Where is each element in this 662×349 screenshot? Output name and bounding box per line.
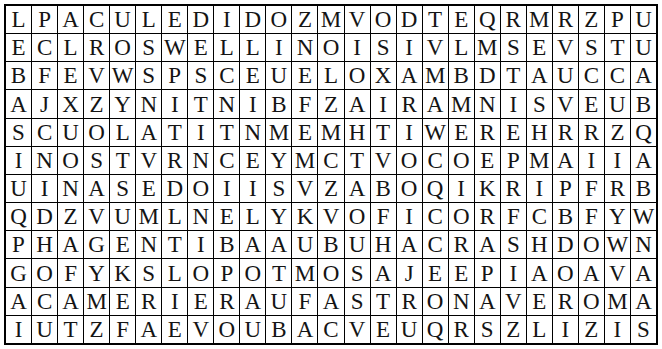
grid-cell[interactable]: Y xyxy=(110,90,135,117)
grid-cell[interactable]: U xyxy=(110,203,135,230)
grid-cell[interactable]: E xyxy=(527,34,552,61)
grid-cell[interactable]: S xyxy=(345,288,370,315)
grid-cell[interactable]: A xyxy=(475,288,500,315)
grid-cell[interactable]: O xyxy=(397,147,422,174)
grid-cell[interactable]: L xyxy=(240,34,265,61)
grid-cell[interactable]: R xyxy=(579,119,604,146)
grid-cell[interactable]: D xyxy=(188,6,213,33)
grid-cell[interactable]: U xyxy=(32,316,57,343)
grid-cell[interactable]: S xyxy=(579,34,604,61)
grid-cell[interactable]: X xyxy=(58,90,83,117)
grid-cell[interactable]: W xyxy=(631,203,656,230)
grid-cell[interactable]: R xyxy=(84,34,109,61)
grid-cell[interactable]: Z xyxy=(318,175,343,202)
grid-cell[interactable]: C xyxy=(423,203,448,230)
grid-cell[interactable]: E xyxy=(449,259,474,286)
grid-cell[interactable]: S xyxy=(345,259,370,286)
grid-cell[interactable]: O xyxy=(188,259,213,286)
grid-cell[interactable]: S xyxy=(136,259,161,286)
grid-cell[interactable]: V xyxy=(423,34,448,61)
grid-cell[interactable]: U xyxy=(631,6,656,33)
grid-cell[interactable]: O xyxy=(371,6,396,33)
grid-cell[interactable]: A xyxy=(553,147,578,174)
grid-cell[interactable]: A xyxy=(631,259,656,286)
grid-cell[interactable]: T xyxy=(188,90,213,117)
grid-cell[interactable]: O xyxy=(188,175,213,202)
grid-cell[interactable]: P xyxy=(605,6,630,33)
grid-cell[interactable]: P xyxy=(501,147,526,174)
grid-cell[interactable]: O xyxy=(345,203,370,230)
grid-cell[interactable]: S xyxy=(266,175,291,202)
grid-cell[interactable]: Z xyxy=(318,90,343,117)
grid-cell[interactable]: E xyxy=(110,288,135,315)
grid-cell[interactable]: J xyxy=(397,259,422,286)
grid-cell[interactable]: O xyxy=(266,6,291,33)
grid-cell[interactable]: M xyxy=(266,119,291,146)
grid-cell[interactable]: A xyxy=(397,231,422,258)
grid-cell[interactable]: M xyxy=(292,259,317,286)
grid-cell[interactable]: V xyxy=(345,316,370,343)
grid-cell[interactable]: L xyxy=(318,62,343,89)
grid-cell[interactable]: I xyxy=(188,119,213,146)
grid-cell[interactable]: P xyxy=(6,231,31,258)
grid-cell[interactable]: A xyxy=(579,259,604,286)
grid-cell[interactable]: E xyxy=(579,90,604,117)
grid-cell[interactable]: C xyxy=(214,147,239,174)
grid-cell[interactable]: O xyxy=(214,316,239,343)
grid-cell[interactable]: F xyxy=(579,203,604,230)
grid-cell[interactable]: I xyxy=(605,147,630,174)
grid-cell[interactable]: V xyxy=(136,147,161,174)
grid-cell[interactable]: O xyxy=(58,147,83,174)
grid-cell[interactable]: S xyxy=(527,90,552,117)
grid-cell[interactable]: V xyxy=(501,288,526,315)
grid-cell[interactable]: R xyxy=(605,175,630,202)
grid-cell[interactable]: U xyxy=(292,231,317,258)
grid-cell[interactable]: O xyxy=(423,288,448,315)
grid-cell[interactable]: A xyxy=(631,147,656,174)
grid-cell[interactable]: O xyxy=(318,34,343,61)
grid-cell[interactable]: L xyxy=(58,34,83,61)
grid-cell[interactable]: M xyxy=(605,288,630,315)
grid-cell[interactable]: D xyxy=(32,203,57,230)
grid-cell[interactable]: I xyxy=(240,175,265,202)
grid-cell[interactable]: A xyxy=(136,119,161,146)
grid-cell[interactable]: V xyxy=(84,62,109,89)
grid-cell[interactable]: A xyxy=(345,90,370,117)
grid-cell[interactable]: E xyxy=(136,175,161,202)
grid-cell[interactable]: U xyxy=(58,119,83,146)
grid-cell[interactable]: A xyxy=(240,288,265,315)
grid-cell[interactable]: H xyxy=(345,119,370,146)
grid-cell[interactable]: C xyxy=(214,62,239,89)
grid-cell[interactable]: I xyxy=(605,316,630,343)
grid-cell[interactable]: T xyxy=(423,6,448,33)
grid-cell[interactable]: T xyxy=(214,119,239,146)
grid-cell[interactable]: D xyxy=(553,231,578,258)
grid-cell[interactable]: V xyxy=(553,90,578,117)
grid-cell[interactable]: I xyxy=(527,175,552,202)
grid-cell[interactable]: B xyxy=(266,316,291,343)
grid-cell[interactable]: E xyxy=(240,147,265,174)
grid-cell[interactable]: U xyxy=(345,231,370,258)
grid-cell[interactable]: R xyxy=(553,6,578,33)
grid-cell[interactable]: T xyxy=(371,119,396,146)
grid-cell[interactable]: P xyxy=(32,6,57,33)
grid-cell[interactable]: U xyxy=(6,175,31,202)
grid-cell[interactable]: Q xyxy=(475,6,500,33)
grid-cell[interactable]: N xyxy=(214,90,239,117)
grid-cell[interactable]: Z xyxy=(84,90,109,117)
grid-cell[interactable]: E xyxy=(475,147,500,174)
grid-cell[interactable]: Q xyxy=(423,175,448,202)
grid-cell[interactable]: Q xyxy=(631,119,656,146)
grid-cell[interactable]: T xyxy=(110,147,135,174)
grid-cell[interactable]: K xyxy=(292,203,317,230)
grid-cell[interactable]: M xyxy=(318,6,343,33)
grid-cell[interactable]: F xyxy=(110,316,135,343)
grid-cell[interactable]: B xyxy=(214,231,239,258)
grid-cell[interactable]: A xyxy=(423,90,448,117)
grid-cell[interactable]: W xyxy=(423,119,448,146)
grid-cell[interactable]: P xyxy=(162,62,187,89)
grid-cell[interactable]: E xyxy=(449,119,474,146)
grid-cell[interactable]: A xyxy=(84,175,109,202)
grid-cell[interactable]: K xyxy=(110,259,135,286)
grid-cell[interactable]: R xyxy=(449,231,474,258)
grid-cell[interactable]: U xyxy=(110,6,135,33)
grid-cell[interactable]: S xyxy=(136,34,161,61)
grid-cell[interactable]: Z xyxy=(579,6,604,33)
grid-cell[interactable]: G xyxy=(84,231,109,258)
grid-cell[interactable]: T xyxy=(58,316,83,343)
grid-cell[interactable]: H xyxy=(32,231,57,258)
grid-cell[interactable]: A xyxy=(292,316,317,343)
grid-cell[interactable]: P xyxy=(214,259,239,286)
grid-cell[interactable]: I xyxy=(397,34,422,61)
grid-cell[interactable]: R xyxy=(475,119,500,146)
grid-cell[interactable]: F xyxy=(58,259,83,286)
grid-cell[interactable]: N xyxy=(449,288,474,315)
grid-cell[interactable]: R xyxy=(162,147,187,174)
grid-cell[interactable]: V xyxy=(553,34,578,61)
grid-cell[interactable]: S xyxy=(188,62,213,89)
grid-cell[interactable]: E xyxy=(214,203,239,230)
grid-cell[interactable]: C xyxy=(423,147,448,174)
grid-cell[interactable]: E xyxy=(371,316,396,343)
grid-cell[interactable]: V xyxy=(371,147,396,174)
grid-cell[interactable]: S xyxy=(501,34,526,61)
grid-cell[interactable]: B xyxy=(553,203,578,230)
grid-cell[interactable]: L xyxy=(136,6,161,33)
grid-cell[interactable]: W xyxy=(110,62,135,89)
grid-cell[interactable]: D xyxy=(397,6,422,33)
grid-cell[interactable]: N xyxy=(136,231,161,258)
grid-cell[interactable]: L xyxy=(240,203,265,230)
grid-cell[interactable]: H xyxy=(527,119,552,146)
grid-cell[interactable]: C xyxy=(318,316,343,343)
grid-cell[interactable]: Q xyxy=(423,316,448,343)
grid-cell[interactable]: S xyxy=(110,175,135,202)
grid-cell[interactable]: L xyxy=(449,34,474,61)
grid-cell[interactable]: L xyxy=(162,203,187,230)
grid-cell[interactable]: N xyxy=(631,231,656,258)
grid-cell[interactable]: Q xyxy=(6,203,31,230)
grid-cell[interactable]: C xyxy=(423,231,448,258)
grid-cell[interactable]: M xyxy=(292,147,317,174)
grid-cell[interactable]: G xyxy=(6,259,31,286)
grid-cell[interactable]: B xyxy=(449,62,474,89)
grid-cell[interactable]: R xyxy=(214,288,239,315)
grid-cell[interactable]: T xyxy=(501,62,526,89)
grid-cell[interactable]: T xyxy=(345,147,370,174)
grid-cell[interactable]: R xyxy=(475,203,500,230)
grid-cell[interactable]: N xyxy=(292,34,317,61)
grid-cell[interactable]: K xyxy=(475,175,500,202)
grid-cell[interactable]: F xyxy=(292,90,317,117)
grid-cell[interactable]: B xyxy=(631,175,656,202)
grid-cell[interactable]: Z xyxy=(292,6,317,33)
grid-cell[interactable]: R xyxy=(501,175,526,202)
grid-cell[interactable]: I xyxy=(6,316,31,343)
grid-cell[interactable]: A xyxy=(527,62,552,89)
grid-cell[interactable]: E xyxy=(188,288,213,315)
grid-cell[interactable]: U xyxy=(397,316,422,343)
grid-cell[interactable]: E xyxy=(162,6,187,33)
grid-cell[interactable]: R xyxy=(553,119,578,146)
grid-cell[interactable]: W xyxy=(605,231,630,258)
grid-cell[interactable]: I xyxy=(240,90,265,117)
grid-cell[interactable]: N xyxy=(240,119,265,146)
grid-cell[interactable]: A xyxy=(631,288,656,315)
grid-cell[interactable]: I xyxy=(579,147,604,174)
grid-cell[interactable]: R xyxy=(553,288,578,315)
grid-cell[interactable]: E xyxy=(110,231,135,258)
grid-cell[interactable]: O xyxy=(345,62,370,89)
grid-cell[interactable]: I xyxy=(162,288,187,315)
grid-cell[interactable]: R xyxy=(136,288,161,315)
grid-cell[interactable]: C xyxy=(32,288,57,315)
grid-cell[interactable]: M xyxy=(318,119,343,146)
grid-cell[interactable]: A xyxy=(318,288,343,315)
grid-cell[interactable]: U xyxy=(266,62,291,89)
grid-cell[interactable]: I xyxy=(32,175,57,202)
grid-cell[interactable]: U xyxy=(266,288,291,315)
grid-cell[interactable]: C xyxy=(605,62,630,89)
grid-cell[interactable]: F xyxy=(579,175,604,202)
grid-cell[interactable]: I xyxy=(397,119,422,146)
grid-cell[interactable]: L xyxy=(527,316,552,343)
grid-cell[interactable]: A xyxy=(345,175,370,202)
grid-cell[interactable]: D xyxy=(240,6,265,33)
grid-cell[interactable]: I xyxy=(397,203,422,230)
grid-cell[interactable]: A xyxy=(631,62,656,89)
grid-cell[interactable]: V xyxy=(318,203,343,230)
grid-cell[interactable]: O xyxy=(84,119,109,146)
grid-cell[interactable]: E xyxy=(423,259,448,286)
grid-cell[interactable]: S xyxy=(84,147,109,174)
grid-cell[interactable]: F xyxy=(371,203,396,230)
grid-cell[interactable]: A xyxy=(266,231,291,258)
grid-cell[interactable]: E xyxy=(6,34,31,61)
grid-cell[interactable]: M xyxy=(84,288,109,315)
grid-cell[interactable]: R xyxy=(397,288,422,315)
grid-cell[interactable]: A xyxy=(240,231,265,258)
grid-cell[interactable]: I xyxy=(501,90,526,117)
grid-cell[interactable]: R xyxy=(449,316,474,343)
grid-cell[interactable]: A xyxy=(475,231,500,258)
grid-cell[interactable]: H xyxy=(527,231,552,258)
grid-cell[interactable]: O xyxy=(110,34,135,61)
grid-cell[interactable]: E xyxy=(501,119,526,146)
grid-cell[interactable]: E xyxy=(58,62,83,89)
grid-cell[interactable]: A xyxy=(397,62,422,89)
grid-cell[interactable]: V xyxy=(84,203,109,230)
grid-cell[interactable]: E xyxy=(240,62,265,89)
grid-cell[interactable]: S xyxy=(6,119,31,146)
grid-cell[interactable]: C xyxy=(318,147,343,174)
grid-cell[interactable]: I xyxy=(553,316,578,343)
grid-cell[interactable]: T xyxy=(266,259,291,286)
grid-cell[interactable]: L xyxy=(214,34,239,61)
grid-cell[interactable]: B xyxy=(631,90,656,117)
grid-cell[interactable]: I xyxy=(214,6,239,33)
grid-cell[interactable]: L xyxy=(110,119,135,146)
grid-cell[interactable]: S xyxy=(371,34,396,61)
grid-cell[interactable]: B xyxy=(6,62,31,89)
grid-cell[interactable]: E xyxy=(162,316,187,343)
grid-cell[interactable]: B xyxy=(371,175,396,202)
grid-cell[interactable]: N xyxy=(475,90,500,117)
grid-cell[interactable]: O xyxy=(397,175,422,202)
grid-cell[interactable]: T xyxy=(605,34,630,61)
grid-cell[interactable]: O xyxy=(449,147,474,174)
grid-cell[interactable]: U xyxy=(240,316,265,343)
grid-cell[interactable]: J xyxy=(32,90,57,117)
grid-cell[interactable]: C xyxy=(32,119,57,146)
grid-cell[interactable]: M xyxy=(527,147,552,174)
grid-cell[interactable]: E xyxy=(527,288,552,315)
grid-cell[interactable]: A xyxy=(6,288,31,315)
grid-cell[interactable]: E xyxy=(188,34,213,61)
grid-cell[interactable]: N xyxy=(188,203,213,230)
grid-cell[interactable]: N xyxy=(58,175,83,202)
grid-cell[interactable]: T xyxy=(371,288,396,315)
grid-cell[interactable]: A xyxy=(6,90,31,117)
grid-cell[interactable]: M xyxy=(423,62,448,89)
grid-cell[interactable]: A xyxy=(58,288,83,315)
grid-cell[interactable]: I xyxy=(449,175,474,202)
grid-cell[interactable]: Y xyxy=(605,203,630,230)
grid-cell[interactable]: Y xyxy=(266,203,291,230)
grid-cell[interactable]: S xyxy=(631,316,656,343)
grid-cell[interactable]: E xyxy=(292,119,317,146)
grid-cell[interactable]: V xyxy=(345,6,370,33)
grid-cell[interactable]: A xyxy=(58,231,83,258)
grid-cell[interactable]: Z xyxy=(501,316,526,343)
grid-cell[interactable]: I xyxy=(266,34,291,61)
grid-cell[interactable]: N xyxy=(32,147,57,174)
grid-cell[interactable]: M xyxy=(449,90,474,117)
grid-cell[interactable]: S xyxy=(136,62,161,89)
grid-cell[interactable]: A xyxy=(58,6,83,33)
grid-cell[interactable]: I xyxy=(188,231,213,258)
grid-cell[interactable]: O xyxy=(553,259,578,286)
grid-cell[interactable]: R xyxy=(397,90,422,117)
grid-cell[interactable]: L xyxy=(162,259,187,286)
grid-cell[interactable]: O xyxy=(449,203,474,230)
grid-cell[interactable]: F xyxy=(501,203,526,230)
grid-cell[interactable]: I xyxy=(6,147,31,174)
grid-cell[interactable]: Y xyxy=(266,147,291,174)
grid-cell[interactable]: U xyxy=(553,62,578,89)
grid-cell[interactable]: A xyxy=(527,259,552,286)
grid-cell[interactable]: A xyxy=(136,316,161,343)
grid-cell[interactable]: T xyxy=(162,119,187,146)
grid-cell[interactable]: P xyxy=(553,175,578,202)
grid-cell[interactable]: O xyxy=(32,259,57,286)
grid-cell[interactable]: L xyxy=(6,6,31,33)
grid-cell[interactable]: Z xyxy=(58,203,83,230)
grid-cell[interactable]: I xyxy=(501,259,526,286)
grid-cell[interactable]: Z xyxy=(579,316,604,343)
grid-cell[interactable]: S xyxy=(501,231,526,258)
grid-cell[interactable]: I xyxy=(345,34,370,61)
grid-cell[interactable]: A xyxy=(371,259,396,286)
grid-cell[interactable]: S xyxy=(475,316,500,343)
grid-cell[interactable]: F xyxy=(32,62,57,89)
grid-cell[interactable]: C xyxy=(579,62,604,89)
grid-cell[interactable]: C xyxy=(32,34,57,61)
grid-cell[interactable]: I xyxy=(371,90,396,117)
grid-cell[interactable]: D xyxy=(162,175,187,202)
grid-cell[interactable]: M xyxy=(527,6,552,33)
grid-cell[interactable]: O xyxy=(579,231,604,258)
grid-cell[interactable]: W xyxy=(162,34,187,61)
grid-cell[interactable]: B xyxy=(318,231,343,258)
grid-cell[interactable]: U xyxy=(631,34,656,61)
grid-cell[interactable]: M xyxy=(136,203,161,230)
grid-cell[interactable]: V xyxy=(188,316,213,343)
grid-cell[interactable]: O xyxy=(318,259,343,286)
grid-cell[interactable]: Z xyxy=(84,316,109,343)
grid-cell[interactable]: H xyxy=(371,231,396,258)
grid-cell[interactable]: Y xyxy=(84,259,109,286)
grid-cell[interactable]: C xyxy=(527,203,552,230)
grid-cell[interactable]: N xyxy=(136,90,161,117)
grid-cell[interactable]: X xyxy=(371,62,396,89)
grid-cell[interactable]: E xyxy=(292,62,317,89)
grid-cell[interactable]: C xyxy=(84,6,109,33)
grid-cell[interactable]: N xyxy=(188,147,213,174)
grid-cell[interactable]: I xyxy=(214,175,239,202)
grid-cell[interactable]: I xyxy=(162,90,187,117)
grid-cell[interactable]: R xyxy=(501,6,526,33)
grid-cell[interactable]: P xyxy=(475,259,500,286)
grid-cell[interactable]: E xyxy=(449,6,474,33)
grid-cell[interactable]: M xyxy=(475,34,500,61)
grid-cell[interactable]: Z xyxy=(605,119,630,146)
grid-cell[interactable]: V xyxy=(605,259,630,286)
grid-cell[interactable]: U xyxy=(605,90,630,117)
grid-cell[interactable]: O xyxy=(240,259,265,286)
grid-cell[interactable]: D xyxy=(475,62,500,89)
grid-cell[interactable]: F xyxy=(292,288,317,315)
grid-cell[interactable]: B xyxy=(266,90,291,117)
grid-cell[interactable]: V xyxy=(292,175,317,202)
grid-cell[interactable]: O xyxy=(579,288,604,315)
grid-cell[interactable]: T xyxy=(162,231,187,258)
